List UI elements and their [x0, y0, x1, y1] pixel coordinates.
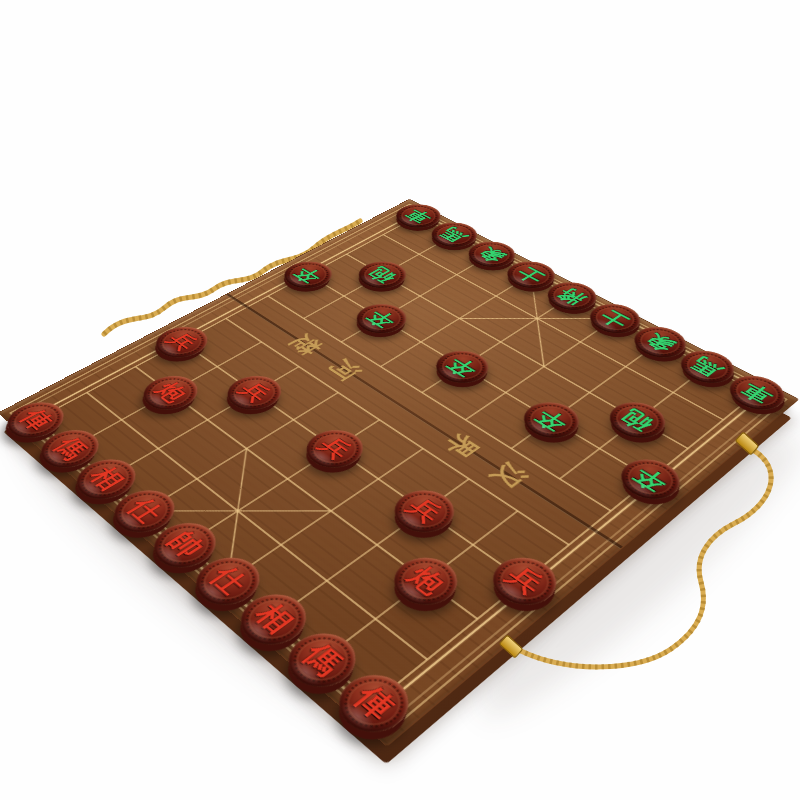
xiangqi-board: 楚 河 界 汉 車馬象士將士象馬車砲砲卒卒卒卒卒兵兵兵兵兵炮炮俥傌相仕帥仕相傌俥	[0, 199, 799, 747]
xiangqi-set-photo: 楚 河 界 汉 車馬象士將士象馬車砲砲卒卒卒卒卒兵兵兵兵兵炮炮俥傌相仕帥仕相傌俥	[0, 0, 800, 800]
